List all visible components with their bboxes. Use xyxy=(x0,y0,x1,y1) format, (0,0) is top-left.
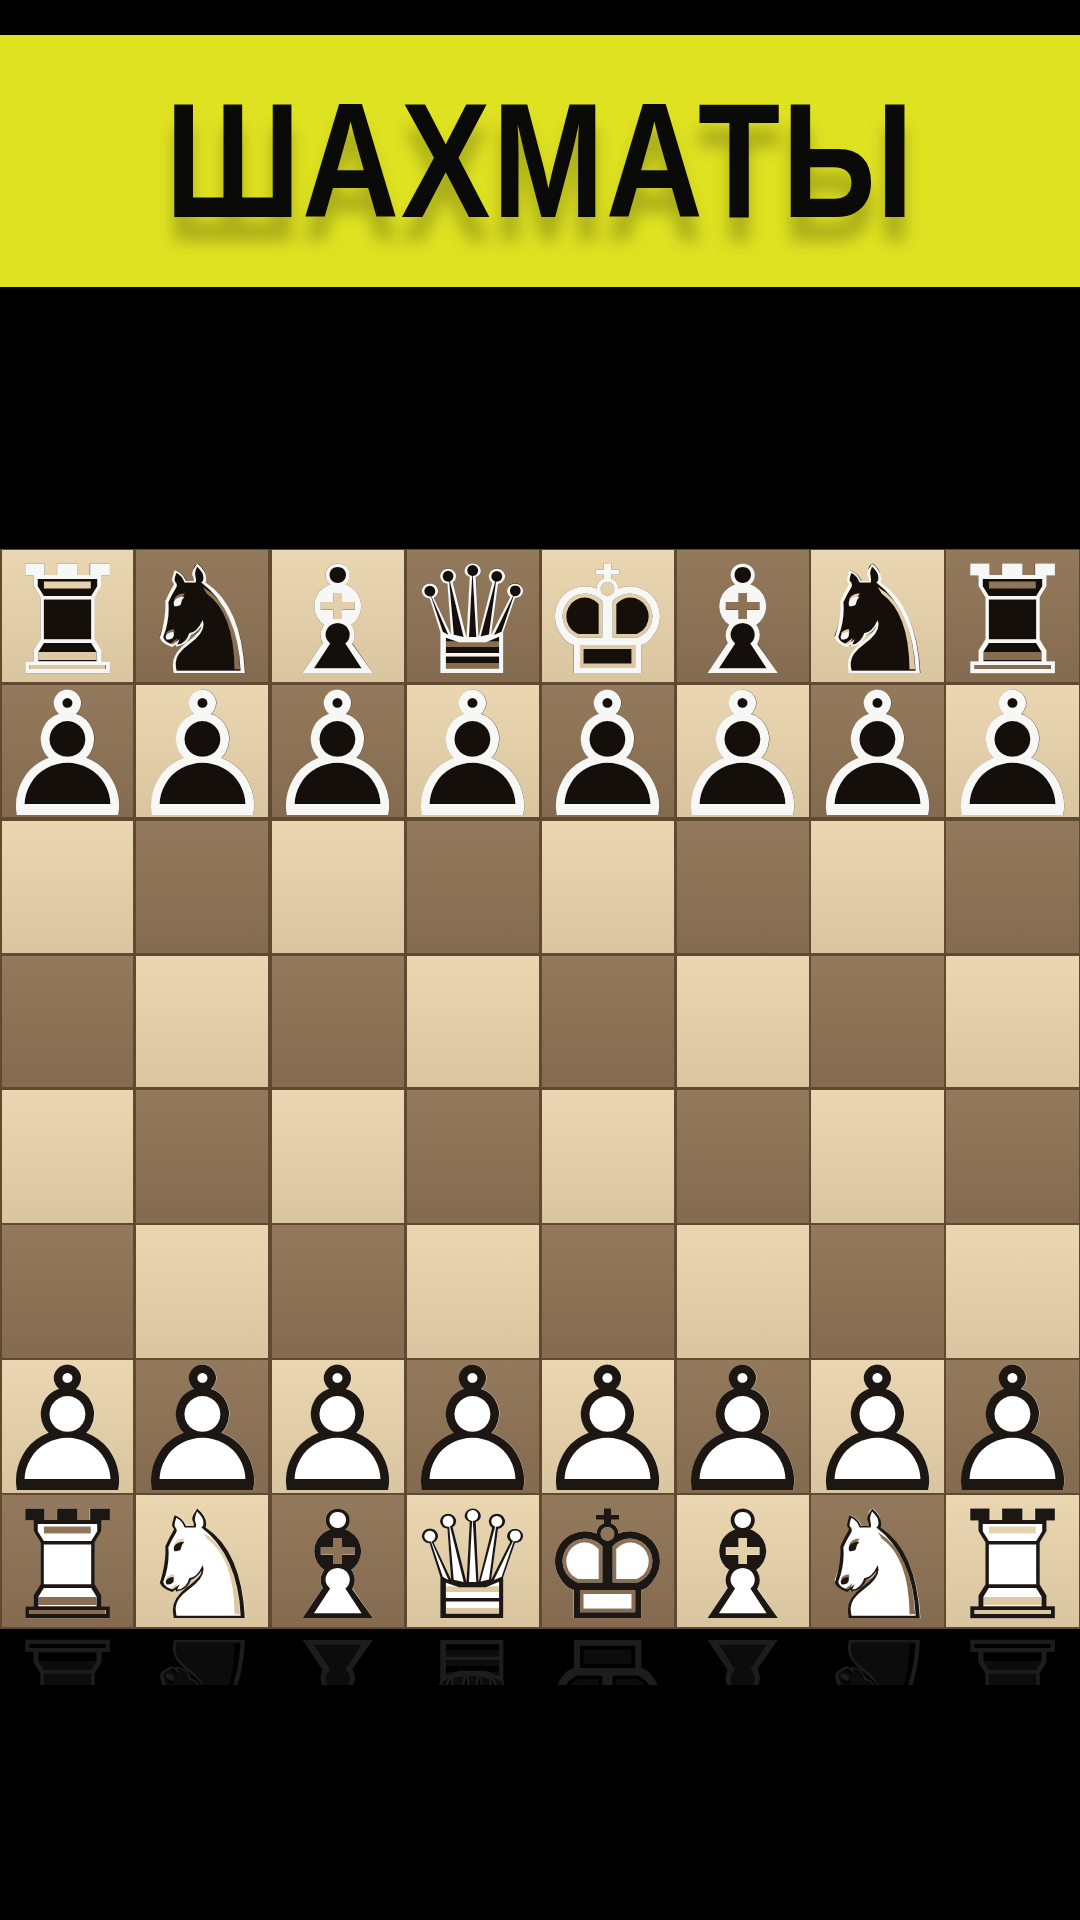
square-h4[interactable] xyxy=(945,1089,1080,1224)
bottom-black-area xyxy=(0,1685,1080,1920)
piece-line-glyph: ♙ xyxy=(945,1363,1080,1498)
square-d1[interactable]: ♛♕ xyxy=(405,1494,540,1629)
square-d2[interactable]: ♟♙ xyxy=(405,1359,540,1494)
white-pawn: ♟♙ xyxy=(810,1363,945,1498)
piece-line-glyph: ♙ xyxy=(945,688,1080,823)
piece-line-glyph: ♙ xyxy=(675,1363,810,1498)
square-g5[interactable] xyxy=(810,954,945,1089)
square-e5[interactable] xyxy=(540,954,675,1089)
square-h2[interactable]: ♟♙ xyxy=(945,1359,1080,1494)
white-bishop: ♝♗ xyxy=(675,1498,810,1633)
piece-line-glyph: ♙ xyxy=(405,1363,540,1498)
square-e4[interactable] xyxy=(540,1089,675,1224)
square-e2[interactable]: ♟♙ xyxy=(540,1359,675,1494)
piece-line-glyph: ♖ xyxy=(0,1498,135,1633)
square-c2[interactable]: ♟♙ xyxy=(270,1359,405,1494)
square-a2[interactable]: ♟♙ xyxy=(0,1359,135,1494)
square-h1: ♜♖ xyxy=(945,1629,1080,1685)
piece-line-glyph: ♗ xyxy=(675,1498,810,1633)
piece-line-glyph: ♙ xyxy=(810,688,945,823)
piece-line-glyph: ♕ xyxy=(405,1629,540,1685)
square-a5[interactable] xyxy=(0,954,135,1089)
white-knight: ♞♘ xyxy=(810,1498,945,1633)
square-b4[interactable] xyxy=(135,1089,270,1224)
black-pawn: ♟♙ xyxy=(810,688,945,823)
square-f6[interactable] xyxy=(675,819,810,954)
square-b5[interactable] xyxy=(135,954,270,1089)
square-f5[interactable] xyxy=(675,954,810,1089)
black-pawn: ♟♙ xyxy=(405,688,540,823)
piece-line-glyph: ♖ xyxy=(945,1629,1080,1685)
black-pawn: ♟♙ xyxy=(0,688,135,823)
white-rook: ♜♖ xyxy=(945,1498,1080,1633)
piece-line-glyph: ♙ xyxy=(135,1363,270,1498)
white-queen: ♛♕ xyxy=(405,1629,540,1685)
white-pawn: ♟♙ xyxy=(540,1363,675,1498)
piece-line-glyph: ♗ xyxy=(270,1629,405,1685)
piece-line-glyph: ♔ xyxy=(540,1498,675,1633)
white-pawn: ♟♙ xyxy=(270,1363,405,1498)
piece-line-glyph: ♙ xyxy=(270,1363,405,1498)
square-c7[interactable]: ♟♙ xyxy=(270,684,405,819)
square-d5[interactable] xyxy=(405,954,540,1089)
piece-line-glyph: ♖ xyxy=(945,1498,1080,1633)
square-g1: ♞♘ xyxy=(810,1629,945,1685)
piece-line-glyph: ♘ xyxy=(135,1498,270,1633)
white-pawn: ♟♙ xyxy=(675,1363,810,1498)
square-e1[interactable]: ♚♔ xyxy=(540,1494,675,1629)
square-h6[interactable] xyxy=(945,819,1080,954)
piece-line-glyph: ♙ xyxy=(405,688,540,823)
square-f1: ♝♗ xyxy=(675,1629,810,1685)
square-f2[interactable]: ♟♙ xyxy=(675,1359,810,1494)
white-pawn: ♟♙ xyxy=(0,1363,135,1498)
piece-line-glyph: ♖ xyxy=(0,1629,135,1685)
square-e1: ♚♔ xyxy=(540,1629,675,1685)
square-c1: ♝♗ xyxy=(270,1629,405,1685)
piece-line-glyph: ♗ xyxy=(270,1498,405,1633)
white-king: ♚♔ xyxy=(540,1498,675,1633)
square-e7[interactable]: ♟♙ xyxy=(540,684,675,819)
piece-line-glyph: ♘ xyxy=(810,1629,945,1685)
app-title: ШАХМАТЫ xyxy=(165,79,915,243)
square-h7[interactable]: ♟♙ xyxy=(945,684,1080,819)
square-h1[interactable]: ♜♖ xyxy=(945,1494,1080,1629)
square-c4[interactable] xyxy=(270,1089,405,1224)
square-c5[interactable] xyxy=(270,954,405,1089)
piece-line-glyph: ♕ xyxy=(405,1498,540,1633)
square-d7[interactable]: ♟♙ xyxy=(405,684,540,819)
piece-line-glyph: ♔ xyxy=(540,1629,675,1685)
piece-line-glyph: ♙ xyxy=(270,688,405,823)
square-d6[interactable] xyxy=(405,819,540,954)
white-knight: ♞♘ xyxy=(135,1498,270,1633)
square-b1: ♞♘ xyxy=(135,1629,270,1685)
white-rook: ♜♖ xyxy=(0,1498,135,1633)
square-a1: ♜♖ xyxy=(0,1629,135,1685)
white-rook: ♜♖ xyxy=(0,1629,135,1685)
square-d1: ♛♕ xyxy=(405,1629,540,1685)
white-bishop: ♝♗ xyxy=(675,1629,810,1685)
square-f1[interactable]: ♝♗ xyxy=(675,1494,810,1629)
piece-line-glyph: ♙ xyxy=(810,1363,945,1498)
chess-board: ♜♖♞♘♝♗♛♕♚♔♝♗♞♘♜♖♟♙♟♙♟♙♟♙♟♙♟♙♟♙♟♙♟♙♟♙♟♙♟♙… xyxy=(0,549,1080,1629)
square-g2[interactable]: ♟♙ xyxy=(810,1359,945,1494)
square-a4[interactable] xyxy=(0,1089,135,1224)
piece-line-glyph: ♙ xyxy=(540,1363,675,1498)
top-black-strip xyxy=(0,0,1080,35)
black-pawn: ♟♙ xyxy=(540,688,675,823)
square-g4[interactable] xyxy=(810,1089,945,1224)
square-b2[interactable]: ♟♙ xyxy=(135,1359,270,1494)
board-reflection: ♜♖♞♘♝♗♛♕♚♔♝♗♞♘♜♖ xyxy=(0,1629,1080,1685)
piece-line-glyph: ♙ xyxy=(0,1363,135,1498)
board-reflection-row: ♜♖♞♘♝♗♛♕♚♔♝♗♞♘♜♖ xyxy=(0,1629,1080,1685)
white-pawn: ♟♙ xyxy=(945,1363,1080,1498)
piece-line-glyph: ♙ xyxy=(135,688,270,823)
white-pawn: ♟♙ xyxy=(405,1363,540,1498)
square-f7[interactable]: ♟♙ xyxy=(675,684,810,819)
square-c6[interactable] xyxy=(270,819,405,954)
square-a7[interactable]: ♟♙ xyxy=(0,684,135,819)
square-g7[interactable]: ♟♙ xyxy=(810,684,945,819)
black-pawn: ♟♙ xyxy=(135,688,270,823)
app-title-banner: ШАХМАТЫ xyxy=(0,35,1080,287)
square-g6[interactable] xyxy=(810,819,945,954)
square-b7[interactable]: ♟♙ xyxy=(135,684,270,819)
white-king: ♚♔ xyxy=(540,1629,675,1685)
square-f4[interactable] xyxy=(675,1089,810,1224)
square-a6[interactable] xyxy=(0,819,135,954)
piece-line-glyph: ♘ xyxy=(810,1498,945,1633)
white-bishop: ♝♗ xyxy=(270,1629,405,1685)
piece-line-glyph: ♘ xyxy=(135,1629,270,1685)
square-e6[interactable] xyxy=(540,819,675,954)
square-a1[interactable]: ♜♖ xyxy=(0,1494,135,1629)
white-bishop: ♝♗ xyxy=(270,1498,405,1633)
square-h5[interactable] xyxy=(945,954,1080,1089)
piece-line-glyph: ♙ xyxy=(675,688,810,823)
piece-line-glyph: ♗ xyxy=(675,1629,810,1685)
white-rook: ♜♖ xyxy=(945,1629,1080,1685)
square-b6[interactable] xyxy=(135,819,270,954)
square-c1[interactable]: ♝♗ xyxy=(270,1494,405,1629)
square-d4[interactable] xyxy=(405,1089,540,1224)
white-knight: ♞♘ xyxy=(135,1629,270,1685)
white-knight: ♞♘ xyxy=(810,1629,945,1685)
piece-line-glyph: ♙ xyxy=(0,688,135,823)
square-g1[interactable]: ♞♘ xyxy=(810,1494,945,1629)
black-pawn: ♟♙ xyxy=(945,688,1080,823)
white-queen: ♛♕ xyxy=(405,1498,540,1633)
white-pawn: ♟♙ xyxy=(135,1363,270,1498)
black-pawn: ♟♙ xyxy=(675,688,810,823)
black-pawn: ♟♙ xyxy=(270,688,405,823)
square-b1[interactable]: ♞♘ xyxy=(135,1494,270,1629)
piece-line-glyph: ♙ xyxy=(540,688,675,823)
